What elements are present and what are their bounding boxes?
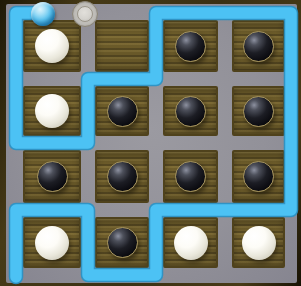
start-marble-handle[interactable]	[31, 2, 55, 26]
cell-r3c3	[163, 150, 218, 203]
goal-ring-center	[77, 6, 93, 22]
cell-r1c4	[232, 20, 285, 72]
cell-r2c1	[23, 86, 81, 136]
cell-r1c2	[95, 20, 149, 72]
black-stone	[107, 96, 138, 127]
cell-r4c1	[23, 217, 81, 268]
white-stone	[35, 226, 69, 260]
cell-grid	[23, 20, 285, 268]
puzzle-board	[0, 0, 301, 286]
goal-ring-icon	[72, 1, 98, 27]
cell-r3c1	[23, 150, 81, 203]
cell-r2c3	[163, 86, 218, 136]
black-stone	[107, 227, 138, 258]
cell-r1c1	[23, 20, 81, 72]
cell-r1c3	[163, 20, 218, 72]
cell-r4c2	[95, 217, 149, 268]
cell-r2c4	[232, 86, 285, 136]
black-stone	[243, 31, 274, 62]
white-stone	[174, 226, 208, 260]
cell-r3c2	[95, 150, 149, 203]
black-stone	[175, 96, 206, 127]
black-stone	[243, 161, 274, 192]
black-stone	[107, 161, 138, 192]
cell-r4c3	[163, 217, 218, 268]
white-stone	[35, 29, 69, 63]
cell-r2c2	[95, 86, 149, 136]
cell-r3c4	[232, 150, 285, 203]
white-stone	[35, 94, 69, 128]
black-stone	[243, 96, 274, 127]
black-stone	[37, 161, 68, 192]
cell-r4c4	[232, 217, 285, 268]
black-stone	[175, 31, 206, 62]
white-stone	[242, 226, 276, 260]
black-stone	[175, 161, 206, 192]
